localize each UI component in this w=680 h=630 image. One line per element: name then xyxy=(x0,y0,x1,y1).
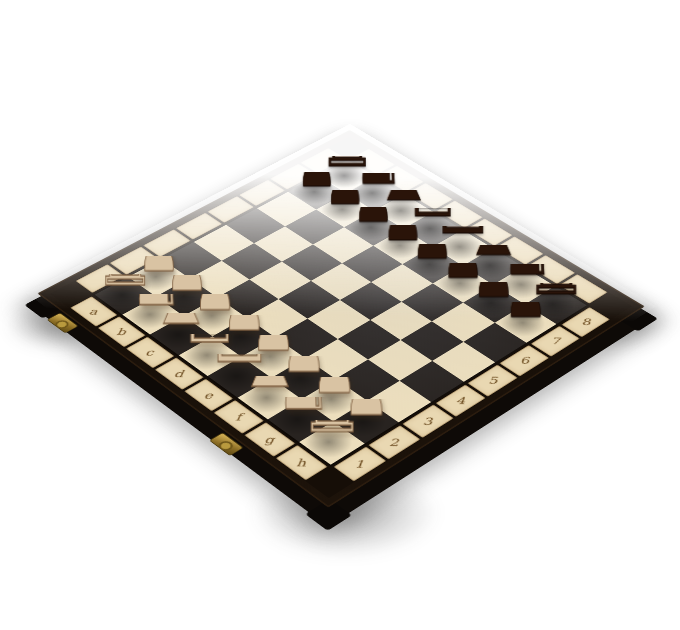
coordinate-label: h xyxy=(296,457,307,469)
piece-glyph: ♜ xyxy=(298,335,365,446)
coordinate-tile: 6 xyxy=(500,345,549,376)
coordinate-label: 6 xyxy=(520,355,530,366)
coordinate-label: 8 xyxy=(581,317,591,327)
piece-glyph: ♟ xyxy=(504,253,548,326)
chess-board: abcdefgh 87654321 ♜♞♝♛♚♝♞♜♟♟♟♟♟♟♟♟♟♟♟♟♟♟… xyxy=(37,130,645,508)
photo-canvas: abcdefgh 87654321 ♜♞♝♛♚♝♞♜♟♟♟♟♟♟♟♟♟♟♟♟♟♟… xyxy=(0,0,680,630)
coordinate-label: 3 xyxy=(423,416,433,427)
coordinate-label: 2 xyxy=(389,437,399,449)
coordinate-label: 4 xyxy=(456,395,465,406)
coordinate-label: a xyxy=(89,306,99,316)
coordinate-tile: a xyxy=(70,296,117,326)
coordinate-label: e xyxy=(204,389,214,400)
coordinate-label: g xyxy=(265,434,276,446)
coordinate-label: 7 xyxy=(551,336,561,346)
coordinate-label: f xyxy=(236,411,243,422)
coordinate-label: 5 xyxy=(488,375,498,386)
coordinate-label: b xyxy=(116,326,127,336)
scene: abcdefgh 87654321 ♜♞♝♛♚♝♞♜♟♟♟♟♟♟♟♟♟♟♟♟♟♟… xyxy=(0,0,680,630)
coordinate-label: 1 xyxy=(355,458,365,470)
coordinate-tile: c xyxy=(126,337,174,368)
coordinate-label: d xyxy=(174,368,185,379)
coordinate-label: c xyxy=(145,347,155,358)
